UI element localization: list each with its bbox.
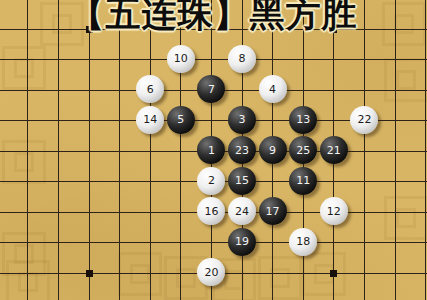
move-number: 22 <box>357 114 371 125</box>
black-stone-1: 1 <box>197 136 225 164</box>
black-stone-3: 3 <box>228 106 256 134</box>
gomoku-board[interactable]: 1234567891011121314151617181920212223242… <box>0 0 427 300</box>
grid-hline <box>0 59 427 60</box>
move-number: 13 <box>296 114 310 125</box>
move-number: 23 <box>235 145 249 156</box>
move-number: 7 <box>208 84 215 95</box>
move-number: 18 <box>296 236 310 247</box>
black-stone-9: 9 <box>259 136 287 164</box>
white-stone-22: 22 <box>350 106 378 134</box>
move-number: 24 <box>235 206 249 217</box>
white-stone-20: 20 <box>197 258 225 286</box>
move-number: 5 <box>177 114 184 125</box>
move-number: 9 <box>269 145 276 156</box>
meander-watermark <box>302 252 346 296</box>
black-stone-13: 13 <box>289 106 317 134</box>
move-number: 6 <box>147 84 154 95</box>
move-number: 12 <box>327 206 341 217</box>
move-number: 10 <box>174 53 188 64</box>
move-number: 11 <box>296 175 310 186</box>
meander-watermark <box>384 58 427 102</box>
meander-watermark <box>258 256 302 300</box>
white-stone-2: 2 <box>197 167 225 195</box>
black-stone-7: 7 <box>197 75 225 103</box>
white-stone-18: 18 <box>289 228 317 256</box>
move-number: 1 <box>208 145 215 156</box>
black-stone-15: 15 <box>228 167 256 195</box>
black-stone-19: 19 <box>228 228 256 256</box>
white-stone-10: 10 <box>167 45 195 73</box>
move-number: 14 <box>143 114 157 125</box>
white-stone-4: 4 <box>259 75 287 103</box>
white-stone-12: 12 <box>320 197 348 225</box>
move-number: 16 <box>204 206 218 217</box>
black-stone-23: 23 <box>228 136 256 164</box>
meander-watermark <box>2 140 46 184</box>
star-point <box>86 270 93 277</box>
move-number: 15 <box>235 175 249 186</box>
move-number: 17 <box>266 206 280 217</box>
white-stone-8: 8 <box>228 45 256 73</box>
move-number: 20 <box>204 267 218 278</box>
meander-watermark <box>118 252 162 296</box>
move-number: 2 <box>208 175 215 186</box>
game-title: 【五连珠】黑方胜 <box>0 0 427 38</box>
move-number: 4 <box>269 84 276 95</box>
move-number: 25 <box>296 145 310 156</box>
move-number: 21 <box>327 145 341 156</box>
grid-hline <box>0 242 427 243</box>
star-point <box>330 270 337 277</box>
meander-watermark <box>2 46 46 90</box>
white-stone-24: 24 <box>228 197 256 225</box>
white-stone-6: 6 <box>136 75 164 103</box>
black-stone-17: 17 <box>259 197 287 225</box>
white-stone-16: 16 <box>197 197 225 225</box>
move-number: 3 <box>239 114 246 125</box>
move-number: 19 <box>235 236 249 247</box>
black-stone-11: 11 <box>289 167 317 195</box>
black-stone-5: 5 <box>167 106 195 134</box>
meander-watermark <box>384 196 427 240</box>
black-stone-21: 21 <box>320 136 348 164</box>
black-stone-25: 25 <box>289 136 317 164</box>
white-stone-14: 14 <box>136 106 164 134</box>
move-number: 8 <box>239 53 246 64</box>
meander-watermark <box>2 232 46 276</box>
